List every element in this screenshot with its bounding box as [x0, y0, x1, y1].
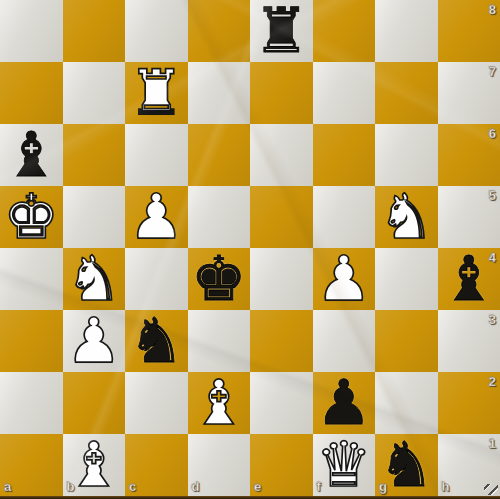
square-e3[interactable] — [250, 310, 313, 372]
square-f6[interactable] — [313, 124, 376, 186]
square-b8[interactable] — [63, 0, 126, 62]
square-g3[interactable] — [375, 310, 438, 372]
square-b1[interactable]: b♝ — [63, 434, 126, 496]
square-a5[interactable]: ♚ — [0, 186, 63, 248]
square-g8[interactable] — [375, 0, 438, 62]
square-e2[interactable] — [250, 372, 313, 434]
white-knight-piece[interactable]: ♞ — [375, 186, 438, 248]
square-a3[interactable] — [0, 310, 63, 372]
square-f3[interactable] — [313, 310, 376, 372]
rank-label-1: 1 — [489, 437, 496, 450]
square-c2[interactable] — [125, 372, 188, 434]
file-label-a: a — [4, 480, 11, 493]
square-b5[interactable] — [63, 186, 126, 248]
square-f5[interactable] — [313, 186, 376, 248]
square-d8[interactable] — [188, 0, 251, 62]
black-bishop-piece[interactable]: ♝ — [0, 124, 63, 186]
square-e6[interactable] — [250, 124, 313, 186]
rank-label-8: 8 — [489, 3, 496, 16]
black-king-piece[interactable]: ♚ — [188, 248, 251, 310]
white-pawn-piece[interactable]: ♟ — [125, 186, 188, 248]
white-pawn-piece[interactable]: ♟ — [313, 248, 376, 310]
rank-label-6: 6 — [489, 127, 496, 140]
black-knight-piece[interactable]: ♞ — [125, 310, 188, 372]
square-f4[interactable]: ♟ — [313, 248, 376, 310]
square-c3[interactable]: ♞ — [125, 310, 188, 372]
square-g2[interactable] — [375, 372, 438, 434]
black-rook-piece[interactable]: ♜ — [250, 0, 313, 62]
square-a8[interactable] — [0, 0, 63, 62]
square-d4[interactable]: ♚ — [188, 248, 251, 310]
square-a2[interactable] — [0, 372, 63, 434]
square-g5[interactable]: ♞ — [375, 186, 438, 248]
square-c7[interactable]: ♜ — [125, 62, 188, 124]
square-d5[interactable] — [188, 186, 251, 248]
square-c5[interactable]: ♟ — [125, 186, 188, 248]
square-e4[interactable] — [250, 248, 313, 310]
square-f1[interactable]: f♛ — [313, 434, 376, 496]
square-c4[interactable] — [125, 248, 188, 310]
rank-label-7: 7 — [489, 65, 496, 78]
black-bishop-piece[interactable]: ♝ — [438, 248, 500, 310]
square-e8[interactable]: ♜ — [250, 0, 313, 62]
square-d2[interactable]: ♝ — [188, 372, 251, 434]
white-rook-piece[interactable]: ♜ — [125, 62, 188, 124]
white-pawn-piece[interactable]: ♟ — [63, 310, 126, 372]
white-queen-piece[interactable]: ♛ — [313, 434, 376, 496]
square-h4[interactable]: 4♝ — [438, 248, 500, 310]
square-a7[interactable] — [0, 62, 63, 124]
square-e1[interactable]: e — [250, 434, 313, 496]
square-h2[interactable]: 2 — [438, 372, 500, 434]
square-a4[interactable] — [0, 248, 63, 310]
square-c1[interactable]: c — [125, 434, 188, 496]
square-b2[interactable] — [63, 372, 126, 434]
white-bishop-piece[interactable]: ♝ — [188, 372, 251, 434]
square-g6[interactable] — [375, 124, 438, 186]
square-h5[interactable]: 5 — [438, 186, 500, 248]
square-e5[interactable] — [250, 186, 313, 248]
square-h8[interactable]: 8 — [438, 0, 500, 62]
file-label-c: c — [129, 480, 136, 493]
square-d3[interactable] — [188, 310, 251, 372]
square-d7[interactable] — [188, 62, 251, 124]
square-e7[interactable] — [250, 62, 313, 124]
file-label-h: h — [442, 480, 450, 493]
white-knight-piece[interactable]: ♞ — [63, 248, 126, 310]
square-a6[interactable]: ♝ — [0, 124, 63, 186]
square-c6[interactable] — [125, 124, 188, 186]
rank-label-2: 2 — [489, 375, 496, 388]
square-f2[interactable]: ♟ — [313, 372, 376, 434]
square-f8[interactable] — [313, 0, 376, 62]
square-c8[interactable] — [125, 0, 188, 62]
black-pawn-piece[interactable]: ♟ — [313, 372, 376, 434]
square-g4[interactable] — [375, 248, 438, 310]
file-label-d: d — [192, 480, 200, 493]
chess-board: ♜8♜7♝6♚♟♞5♞♚♟4♝♟♞3♝♟2ab♝cdef♛g♞1h — [0, 0, 500, 496]
square-b4[interactable]: ♞ — [63, 248, 126, 310]
white-king-piece[interactable]: ♚ — [0, 186, 63, 248]
square-b7[interactable] — [63, 62, 126, 124]
square-d1[interactable]: d — [188, 434, 251, 496]
square-a1[interactable]: a — [0, 434, 63, 496]
square-d6[interactable] — [188, 124, 251, 186]
square-h3[interactable]: 3 — [438, 310, 500, 372]
square-g7[interactable] — [375, 62, 438, 124]
square-h7[interactable]: 7 — [438, 62, 500, 124]
rank-label-5: 5 — [489, 189, 496, 202]
square-f7[interactable] — [313, 62, 376, 124]
white-bishop-piece[interactable]: ♝ — [63, 434, 126, 496]
square-b3[interactable]: ♟ — [63, 310, 126, 372]
black-knight-piece[interactable]: ♞ — [375, 434, 438, 496]
file-label-e: e — [254, 480, 261, 493]
chess-board-window: ♜8♜7♝6♚♟♞5♞♚♟4♝♟♞3♝♟2ab♝cdef♛g♞1h — [0, 0, 500, 499]
square-g1[interactable]: g♞ — [375, 434, 438, 496]
square-b6[interactable] — [63, 124, 126, 186]
resize-handle-icon[interactable] — [484, 484, 498, 495]
square-h6[interactable]: 6 — [438, 124, 500, 186]
